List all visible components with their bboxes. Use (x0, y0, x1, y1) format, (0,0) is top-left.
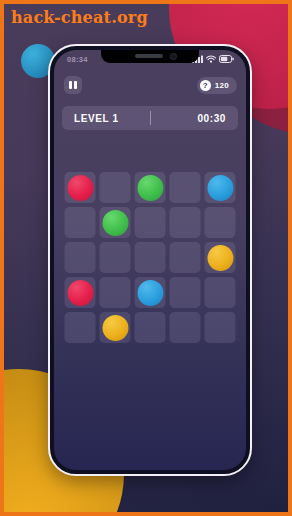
front-camera (170, 53, 177, 60)
cell-r2c1[interactable] (65, 207, 96, 238)
cell-r5c2[interactable] (100, 312, 131, 343)
cell-r1c1[interactable] (65, 172, 96, 203)
pause-icon (74, 81, 77, 89)
cell-r4c4[interactable] (170, 277, 201, 308)
game-grid (65, 172, 236, 343)
pause-button[interactable] (64, 76, 82, 94)
hint-button[interactable]: ? 120 (197, 77, 237, 94)
cell-r2c4[interactable] (170, 207, 201, 238)
yellow-dot[interactable] (207, 245, 233, 271)
green-dot[interactable] (137, 175, 163, 201)
cell-r1c4[interactable] (170, 172, 201, 203)
battery-icon (219, 55, 234, 63)
red-dot[interactable] (67, 175, 93, 201)
phone-frame: 08:34 (48, 44, 252, 476)
question-mark-icon: ? (200, 80, 211, 91)
game-toolbar: ? 120 (64, 76, 237, 94)
level-label: LEVEL 1 (74, 113, 150, 124)
wifi-icon (206, 55, 216, 63)
cell-r3c5[interactable] (205, 242, 236, 273)
cell-r2c5[interactable] (205, 207, 236, 238)
cell-r5c3[interactable] (135, 312, 166, 343)
cell-r2c2[interactable] (100, 207, 131, 238)
yellow-dot[interactable] (102, 315, 128, 341)
watermark-site-label: hack-cheat.org (11, 8, 148, 27)
phone-screen: 08:34 (54, 50, 246, 470)
cell-r1c3[interactable] (135, 172, 166, 203)
cell-r3c2[interactable] (100, 242, 131, 273)
cell-r4c5[interactable] (205, 277, 236, 308)
cell-r3c3[interactable] (135, 242, 166, 273)
page-background: hack-cheat.org 08:34 (0, 0, 292, 516)
hint-count: 120 (215, 81, 229, 90)
phone-notch (101, 50, 199, 63)
blue-dot[interactable] (207, 175, 233, 201)
cell-r1c2[interactable] (100, 172, 131, 203)
countdown-timer: 00:30 (151, 113, 227, 124)
cell-r4c3[interactable] (135, 277, 166, 308)
blue-dot[interactable] (137, 280, 163, 306)
pause-icon (69, 81, 72, 89)
cell-r3c4[interactable] (170, 242, 201, 273)
cell-r3c1[interactable] (65, 242, 96, 273)
clock-time: 08:34 (67, 55, 88, 64)
level-bar: LEVEL 1 00:30 (62, 106, 238, 130)
red-dot[interactable] (67, 280, 93, 306)
cell-r1c5[interactable] (205, 172, 236, 203)
cell-r5c5[interactable] (205, 312, 236, 343)
green-dot[interactable] (102, 210, 128, 236)
speaker-slot (135, 54, 163, 58)
cell-r5c1[interactable] (65, 312, 96, 343)
cell-r4c2[interactable] (100, 277, 131, 308)
cell-r2c3[interactable] (135, 207, 166, 238)
cell-r4c1[interactable] (65, 277, 96, 308)
cell-r5c4[interactable] (170, 312, 201, 343)
